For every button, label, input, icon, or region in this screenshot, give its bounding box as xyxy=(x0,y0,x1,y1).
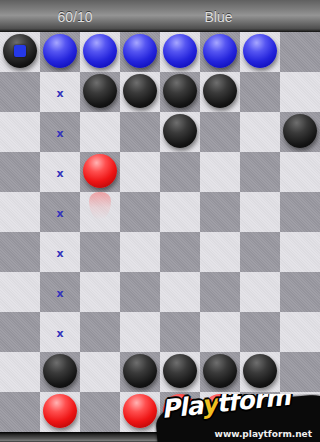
board-cell-r3c6[interactable] xyxy=(240,152,280,192)
board-cell-r8c7[interactable] xyxy=(280,352,320,392)
x-marker: x xyxy=(40,112,80,152)
board-cell-r0c0[interactable] xyxy=(0,32,40,72)
board-cell-r4c7[interactable] xyxy=(280,192,320,232)
board-cell-r5c0[interactable] xyxy=(0,232,40,272)
board-cell-r3c4[interactable] xyxy=(160,152,200,192)
x-marker: x xyxy=(40,312,80,352)
board-cell-r4c6[interactable] xyxy=(240,192,280,232)
board-cell-r1c6[interactable] xyxy=(240,72,280,112)
active-color-label: Blue xyxy=(150,0,287,32)
board-cell-r6c6[interactable] xyxy=(240,272,280,312)
board-cell-r4c5[interactable] xyxy=(200,192,240,232)
score-counter: 60/10 xyxy=(0,0,150,32)
board-cell-r1c3[interactable] xyxy=(120,72,160,112)
board-cell-r6c0[interactable] xyxy=(0,272,40,312)
red-ball[interactable] xyxy=(43,394,77,428)
black-ball[interactable] xyxy=(123,74,157,108)
top-status-bar: 60/10 Blue xyxy=(0,0,320,32)
blue-ball[interactable] xyxy=(43,34,77,68)
blue-ball[interactable] xyxy=(243,34,277,68)
board-cell-r1c2[interactable] xyxy=(80,72,120,112)
x-marker: x xyxy=(40,152,80,192)
board-cell-r2c2[interactable] xyxy=(80,112,120,152)
board-cell-r1c5[interactable] xyxy=(200,72,240,112)
board-cell-r6c2[interactable] xyxy=(80,272,120,312)
board-cell-r6c1[interactable]: x xyxy=(40,272,80,312)
board-cell-r8c4[interactable] xyxy=(160,352,200,392)
board-cell-r7c2[interactable] xyxy=(80,312,120,352)
board-cell-r8c2[interactable] xyxy=(80,352,120,392)
board-cell-r0c6[interactable] xyxy=(240,32,280,72)
board: xxxxxxx xyxy=(0,32,320,432)
board-cell-r5c5[interactable] xyxy=(200,232,240,272)
board-cell-r0c1[interactable] xyxy=(40,32,80,72)
board-cell-r7c0[interactable] xyxy=(0,312,40,352)
board-cell-r7c7[interactable] xyxy=(280,312,320,352)
board-cell-r6c7[interactable] xyxy=(280,272,320,312)
board-cell-r5c2[interactable] xyxy=(80,232,120,272)
playtform-watermark: Playtform www.playtform.net xyxy=(154,394,320,442)
board-cell-r1c0[interactable] xyxy=(0,72,40,112)
board-cell-r6c3[interactable] xyxy=(120,272,160,312)
board-cell-r7c3[interactable] xyxy=(120,312,160,352)
board-cell-r8c5[interactable] xyxy=(200,352,240,392)
game-screen: 60/10 Blue xxxxxxx Playtform www.playtfo… xyxy=(0,0,320,442)
board-cell-r3c2[interactable] xyxy=(80,152,120,192)
board-cell-r2c1[interactable]: x xyxy=(40,112,80,152)
board-cell-r0c4[interactable] xyxy=(160,32,200,72)
board-cell-r5c3[interactable] xyxy=(120,232,160,272)
board-cell-r7c1[interactable]: x xyxy=(40,312,80,352)
board-cell-r3c0[interactable] xyxy=(0,152,40,192)
board-cell-r2c0[interactable] xyxy=(0,112,40,152)
blue-ball[interactable] xyxy=(123,34,157,68)
blue-ball[interactable] xyxy=(83,34,117,68)
board-cell-r0c5[interactable] xyxy=(200,32,240,72)
x-marker: x xyxy=(40,72,80,112)
board-cell-r8c3[interactable] xyxy=(120,352,160,392)
black-ball[interactable] xyxy=(283,114,317,148)
red-ball[interactable] xyxy=(83,154,117,188)
board-cell-r4c0[interactable] xyxy=(0,192,40,232)
board-cell-r0c2[interactable] xyxy=(80,32,120,72)
board-cell-r4c4[interactable] xyxy=(160,192,200,232)
selection-square xyxy=(14,45,26,57)
board-cell-r2c3[interactable] xyxy=(120,112,160,152)
board-cell-r6c4[interactable] xyxy=(160,272,200,312)
board-cell-r7c5[interactable] xyxy=(200,312,240,352)
board-cell-r9c1[interactable] xyxy=(40,392,80,432)
black-ball[interactable] xyxy=(163,354,197,388)
board-cell-r7c6[interactable] xyxy=(240,312,280,352)
board-cell-r2c7[interactable] xyxy=(280,112,320,152)
board-cell-r8c0[interactable] xyxy=(0,352,40,392)
black-ball[interactable] xyxy=(43,354,77,388)
board-cell-r7c4[interactable] xyxy=(160,312,200,352)
board-cell-r5c6[interactable] xyxy=(240,232,280,272)
watermark-url: www.playtform.net xyxy=(215,429,312,439)
board-cell-r8c6[interactable] xyxy=(240,352,280,392)
board-cell-r5c7[interactable] xyxy=(280,232,320,272)
board-cell-r1c4[interactable] xyxy=(160,72,200,112)
black-ball[interactable] xyxy=(203,354,237,388)
board-cell-r3c7[interactable] xyxy=(280,152,320,192)
black-ball[interactable] xyxy=(163,74,197,108)
black-ball[interactable] xyxy=(203,74,237,108)
board-cell-r5c1[interactable]: x xyxy=(40,232,80,272)
black-ball[interactable] xyxy=(123,354,157,388)
board-cell-r9c2[interactable] xyxy=(80,392,120,432)
blue-ball[interactable] xyxy=(163,34,197,68)
board-cell-r3c1[interactable]: x xyxy=(40,152,80,192)
blue-ball[interactable] xyxy=(203,34,237,68)
x-marker: x xyxy=(40,272,80,312)
x-marker: x xyxy=(40,232,80,272)
red-ball[interactable] xyxy=(123,394,157,428)
board-cell-r2c6[interactable] xyxy=(240,112,280,152)
board-cell-r5c4[interactable] xyxy=(160,232,200,272)
black-ball[interactable] xyxy=(243,354,277,388)
ball-reflection xyxy=(89,192,111,220)
black-ball[interactable] xyxy=(83,74,117,108)
board-cell-r1c7[interactable] xyxy=(280,72,320,112)
board-cell-r0c3[interactable] xyxy=(120,32,160,72)
board-cell-r4c1[interactable]: x xyxy=(40,192,80,232)
board-cell-r8c1[interactable] xyxy=(40,352,80,392)
board-cell-r9c0[interactable] xyxy=(0,392,40,432)
board-cell-r3c5[interactable] xyxy=(200,152,240,192)
watermark-text-pla: Pla xyxy=(160,394,203,424)
board-cell-r1c1[interactable]: x xyxy=(40,72,80,112)
x-marker: x xyxy=(40,192,80,232)
board-cell-r0c7[interactable] xyxy=(280,32,320,72)
board-cell-r6c5[interactable] xyxy=(200,272,240,312)
board-cell-r2c4[interactable] xyxy=(160,112,200,152)
black-ball-selected[interactable] xyxy=(3,34,37,68)
board-cell-r4c2[interactable] xyxy=(80,192,120,232)
board-cell-r2c5[interactable] xyxy=(200,112,240,152)
board-cell-r4c3[interactable] xyxy=(120,192,160,232)
board-cell-r3c3[interactable] xyxy=(120,152,160,192)
black-ball[interactable] xyxy=(163,114,197,148)
